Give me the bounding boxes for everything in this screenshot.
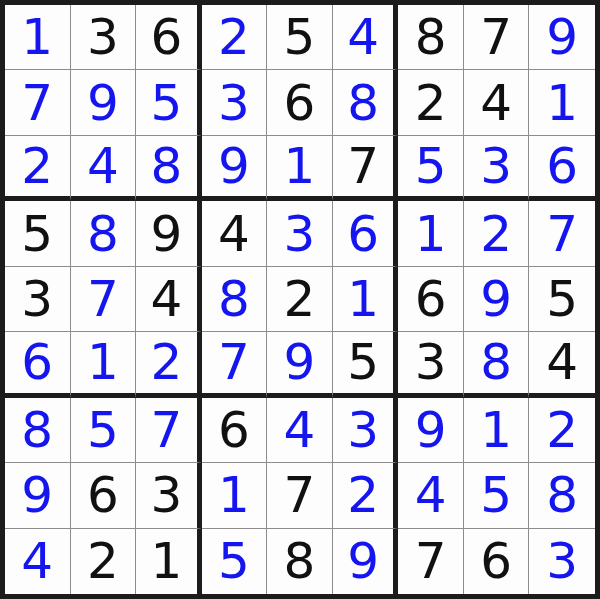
cell-r9c8[interactable]: 6 [464,529,530,594]
cell-r8c3[interactable]: 3 [136,463,202,528]
cell-r3c4[interactable]: 9 [202,136,268,201]
cell-r5c3[interactable]: 4 [136,267,202,332]
cell-r1c2[interactable]: 3 [71,5,137,70]
sudoku-board: 1362548797953682412489175365894361273748… [0,0,600,599]
cell-r5c9[interactable]: 5 [529,267,595,332]
cell-r4c8[interactable]: 2 [464,201,530,266]
cell-r1c6[interactable]: 4 [333,5,399,70]
cell-r3c5[interactable]: 1 [267,136,333,201]
cell-r5c7[interactable]: 6 [398,267,464,332]
cell-r7c4[interactable]: 6 [202,398,268,463]
cell-r6c7[interactable]: 3 [398,332,464,397]
cell-r7c5[interactable]: 4 [267,398,333,463]
cell-r4c9[interactable]: 7 [529,201,595,266]
cell-r8c5[interactable]: 7 [267,463,333,528]
cell-r6c4[interactable]: 7 [202,332,268,397]
cell-r6c2[interactable]: 1 [71,332,137,397]
cell-r8c7[interactable]: 4 [398,463,464,528]
cell-r6c3[interactable]: 2 [136,332,202,397]
cell-r2c8[interactable]: 4 [464,70,530,135]
cell-r9c3[interactable]: 1 [136,529,202,594]
cell-r1c8[interactable]: 7 [464,5,530,70]
cell-r6c8[interactable]: 8 [464,332,530,397]
cell-r1c3[interactable]: 6 [136,5,202,70]
cell-r2c2[interactable]: 9 [71,70,137,135]
cell-r1c4[interactable]: 2 [202,5,268,70]
cell-r8c4[interactable]: 1 [202,463,268,528]
cell-r7c7[interactable]: 9 [398,398,464,463]
cell-r3c1[interactable]: 2 [5,136,71,201]
cell-r1c1[interactable]: 1 [5,5,71,70]
cell-r8c6[interactable]: 2 [333,463,399,528]
cell-r2c9[interactable]: 1 [529,70,595,135]
cell-r8c9[interactable]: 8 [529,463,595,528]
cell-r5c6[interactable]: 1 [333,267,399,332]
cell-r7c6[interactable]: 3 [333,398,399,463]
cell-r7c2[interactable]: 5 [71,398,137,463]
cell-r5c5[interactable]: 2 [267,267,333,332]
cell-r2c1[interactable]: 7 [5,70,71,135]
cell-r2c7[interactable]: 2 [398,70,464,135]
cell-r4c3[interactable]: 9 [136,201,202,266]
cell-r2c6[interactable]: 8 [333,70,399,135]
cell-r5c2[interactable]: 7 [71,267,137,332]
cell-r3c2[interactable]: 4 [71,136,137,201]
cell-r9c9[interactable]: 3 [529,529,595,594]
cell-r9c1[interactable]: 4 [5,529,71,594]
cell-r1c9[interactable]: 9 [529,5,595,70]
cell-r8c1[interactable]: 9 [5,463,71,528]
cell-r1c5[interactable]: 5 [267,5,333,70]
cell-r2c5[interactable]: 6 [267,70,333,135]
cell-r9c2[interactable]: 2 [71,529,137,594]
cell-r3c7[interactable]: 5 [398,136,464,201]
cell-r9c6[interactable]: 9 [333,529,399,594]
cell-r3c3[interactable]: 8 [136,136,202,201]
cell-r6c1[interactable]: 6 [5,332,71,397]
cell-r3c9[interactable]: 6 [529,136,595,201]
cell-r7c9[interactable]: 2 [529,398,595,463]
cell-r7c3[interactable]: 7 [136,398,202,463]
cell-r9c5[interactable]: 8 [267,529,333,594]
cell-r7c1[interactable]: 8 [5,398,71,463]
cell-r4c2[interactable]: 8 [71,201,137,266]
cell-r8c8[interactable]: 5 [464,463,530,528]
cell-r5c1[interactable]: 3 [5,267,71,332]
cell-r4c5[interactable]: 3 [267,201,333,266]
cell-r4c1[interactable]: 5 [5,201,71,266]
cell-r6c6[interactable]: 5 [333,332,399,397]
cell-r3c8[interactable]: 3 [464,136,530,201]
cell-r2c3[interactable]: 5 [136,70,202,135]
cell-r4c7[interactable]: 1 [398,201,464,266]
cell-r4c6[interactable]: 6 [333,201,399,266]
cell-r4c4[interactable]: 4 [202,201,268,266]
cell-r5c8[interactable]: 9 [464,267,530,332]
cell-r6c5[interactable]: 9 [267,332,333,397]
cell-r5c4[interactable]: 8 [202,267,268,332]
cell-r8c2[interactable]: 6 [71,463,137,528]
cell-r9c4[interactable]: 5 [202,529,268,594]
cell-r7c8[interactable]: 1 [464,398,530,463]
cell-r3c6[interactable]: 7 [333,136,399,201]
cell-r1c7[interactable]: 8 [398,5,464,70]
cell-r9c7[interactable]: 7 [398,529,464,594]
cell-r6c9[interactable]: 4 [529,332,595,397]
cell-r2c4[interactable]: 3 [202,70,268,135]
